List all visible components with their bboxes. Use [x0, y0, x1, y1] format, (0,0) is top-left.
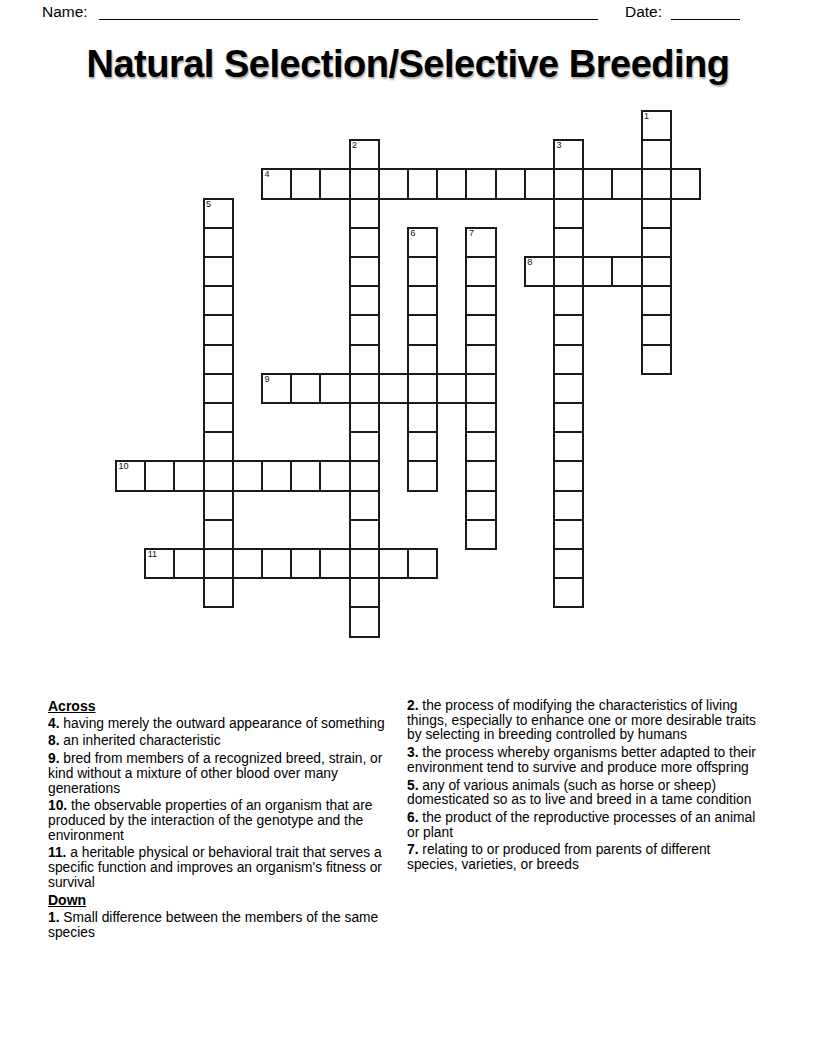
grid-cell-r6c8[interactable] [349, 285, 380, 316]
grid-cell-r11c10[interactable] [407, 431, 438, 462]
cell-number-2: 2 [352, 140, 357, 150]
grid-cell-r12c6[interactable] [290, 460, 321, 491]
clue-9-across: 9. bred from members of a recognized bre… [48, 752, 397, 796]
grid-cell-r5c3[interactable] [203, 256, 234, 287]
name-label: Name: [42, 3, 88, 21]
grid-cell-r6c18[interactable] [641, 285, 672, 316]
grid-cell-r15c7[interactable] [319, 548, 350, 579]
clue-4-across: 4. having merely the outward appearance … [48, 717, 397, 732]
crossword-grid: 1234567891011 [115, 110, 701, 638]
grid-cell-r10c12[interactable] [465, 402, 496, 433]
grid-cell-r2c5[interactable]: 4 [261, 168, 292, 199]
grid-cell-r6c12[interactable] [465, 285, 496, 316]
grid-cell-r9c15[interactable] [553, 373, 584, 404]
grid-cell-r12c10[interactable] [407, 460, 438, 491]
grid-cell-r8c12[interactable] [465, 344, 496, 375]
grid-cell-r13c15[interactable] [553, 490, 584, 521]
clue-10-across: 10. the observable properties of an orga… [48, 799, 397, 843]
grid-cell-r15c3[interactable] [203, 548, 234, 579]
cell-number-7: 7 [469, 228, 474, 238]
grid-cell-r4c10[interactable]: 6 [407, 227, 438, 258]
page-title: Natural Selection/Selective Breeding [0, 40, 816, 88]
grid-cell-r2c16[interactable] [582, 168, 613, 199]
grid-cell-r12c3[interactable] [203, 460, 234, 491]
grid-cell-r8c8[interactable] [349, 344, 380, 375]
grid-cell-r13c8[interactable] [349, 490, 380, 521]
clue-6-down: 6. the product of the reproductive proce… [407, 811, 759, 840]
grid-cell-r7c15[interactable] [553, 314, 584, 345]
grid-cell-r1c15[interactable]: 3 [553, 139, 584, 170]
cell-number-11: 11 [148, 549, 157, 559]
grid-cell-r12c12[interactable] [465, 460, 496, 491]
grid-cell-r15c15[interactable] [553, 548, 584, 579]
cell-number-6: 6 [411, 228, 416, 238]
grid-cell-r3c8[interactable] [349, 198, 380, 229]
grid-cell-r4c3[interactable] [203, 227, 234, 258]
grid-cell-r9c8[interactable] [349, 373, 380, 404]
grid-cell-r15c1[interactable]: 11 [144, 548, 175, 579]
grid-cell-r9c12[interactable] [465, 373, 496, 404]
grid-cell-r13c3[interactable] [203, 490, 234, 521]
grid-cell-r10c8[interactable] [349, 402, 380, 433]
grid-cell-r15c4[interactable] [232, 548, 263, 579]
grid-cell-r11c12[interactable] [465, 431, 496, 462]
grid-cell-r2c11[interactable] [436, 168, 467, 199]
grid-cell-r6c3[interactable] [203, 285, 234, 316]
cell-number-5: 5 [206, 199, 211, 209]
grid-cell-r8c3[interactable] [203, 344, 234, 375]
grid-cell-r2c12[interactable] [465, 168, 496, 199]
grid-cell-r4c12[interactable]: 7 [465, 227, 496, 258]
grid-cell-r5c8[interactable] [349, 256, 380, 287]
grid-cell-r4c8[interactable] [349, 227, 380, 258]
grid-cell-r2c6[interactable] [290, 168, 321, 199]
name-blank-line[interactable] [99, 3, 598, 20]
grid-cell-r6c10[interactable] [407, 285, 438, 316]
grid-cell-r4c15[interactable] [553, 227, 584, 258]
grid-cell-r1c8[interactable]: 2 [349, 139, 380, 170]
grid-cell-r5c16[interactable] [582, 256, 613, 287]
cell-number-10: 10 [119, 461, 129, 471]
grid-cell-r15c6[interactable] [290, 548, 321, 579]
grid-cell-r16c3[interactable] [203, 577, 234, 608]
grid-cell-r2c8[interactable] [349, 168, 380, 199]
grid-cell-r0c18[interactable]: 1 [641, 110, 672, 141]
grid-cell-r8c18[interactable] [641, 344, 672, 375]
grid-cell-r9c7[interactable] [319, 373, 350, 404]
clues-right-column: 2. the process of modifying the characte… [407, 699, 759, 876]
down-clues-list-right: 2. the process of modifying the characte… [407, 699, 759, 873]
clue-1-down: 1. Small difference between the members … [48, 911, 397, 940]
grid-cell-r2c9[interactable] [378, 168, 409, 199]
grid-cell-r16c8[interactable] [349, 577, 380, 608]
cell-number-1: 1 [644, 111, 649, 121]
grid-cell-r14c8[interactable] [349, 519, 380, 550]
grid-cell-r15c9[interactable] [378, 548, 409, 579]
grid-cell-r5c18[interactable] [641, 256, 672, 287]
grid-cell-r9c11[interactable] [436, 373, 467, 404]
grid-cell-r7c8[interactable] [349, 314, 380, 345]
grid-cell-r4c18[interactable] [641, 227, 672, 258]
grid-cell-r10c3[interactable] [203, 402, 234, 433]
clue-5-down: 5. any of various animals (such as horse… [407, 779, 759, 808]
grid-cell-r14c3[interactable] [203, 519, 234, 550]
grid-cell-r2c17[interactable] [611, 168, 642, 199]
grid-cell-r15c2[interactable] [173, 548, 204, 579]
crossword-worksheet: { "game": "crossword", "header": { "name… [0, 0, 816, 1056]
grid-cell-r1c18[interactable] [641, 139, 672, 170]
grid-cell-r11c15[interactable] [553, 431, 584, 462]
grid-cell-r2c18[interactable] [641, 168, 672, 199]
grid-cell-r17c8[interactable] [349, 606, 380, 637]
grid-cell-r5c10[interactable] [407, 256, 438, 287]
across-clues-list: 4. having merely the outward appearance … [48, 717, 397, 891]
grid-cell-r5c17[interactable] [611, 256, 642, 287]
cell-number-8: 8 [527, 257, 532, 267]
grid-cell-r5c15[interactable] [553, 256, 584, 287]
cell-number-4: 4 [265, 169, 270, 179]
grid-cell-r15c8[interactable] [349, 548, 380, 579]
clue-3-down: 3. the process whereby organisms better … [407, 746, 759, 775]
grid-cell-r16c15[interactable] [553, 577, 584, 608]
grid-cell-r10c15[interactable] [553, 402, 584, 433]
across-header: Across [48, 699, 397, 714]
date-blank-line[interactable] [671, 3, 740, 20]
grid-cell-r9c5[interactable]: 9 [261, 373, 292, 404]
clue-7-down: 7. relating to or produced from parents … [407, 843, 759, 872]
grid-cell-r12c0[interactable]: 10 [115, 460, 146, 491]
grid-cell-r2c13[interactable] [495, 168, 526, 199]
grid-cell-r12c5[interactable] [261, 460, 292, 491]
grid-cell-r6c15[interactable] [553, 285, 584, 316]
grid-cell-r15c5[interactable] [261, 548, 292, 579]
cell-number-9: 9 [265, 374, 270, 384]
grid-cell-r3c18[interactable] [641, 198, 672, 229]
grid-cell-r12c2[interactable] [173, 460, 204, 491]
grid-cell-r11c3[interactable] [203, 431, 234, 462]
grid-cell-r8c15[interactable] [553, 344, 584, 375]
grid-cell-r2c15[interactable] [553, 168, 584, 199]
grid-cell-r3c15[interactable] [553, 198, 584, 229]
grid-cell-r12c15[interactable] [553, 460, 584, 491]
grid-cell-r2c10[interactable] [407, 168, 438, 199]
grid-cell-r12c1[interactable] [144, 460, 175, 491]
grid-cell-r5c12[interactable] [465, 256, 496, 287]
clue-2-down: 2. the process of modifying the characte… [407, 699, 759, 743]
grid-cell-r7c10[interactable] [407, 314, 438, 345]
grid-cell-r7c18[interactable] [641, 314, 672, 345]
grid-cell-r13c12[interactable] [465, 490, 496, 521]
grid-cell-r9c3[interactable] [203, 373, 234, 404]
grid-cell-r9c10[interactable] [407, 373, 438, 404]
grid-cell-r2c7[interactable] [319, 168, 350, 199]
grid-cell-r8c10[interactable] [407, 344, 438, 375]
grid-cell-r12c4[interactable] [232, 460, 263, 491]
cell-number-3: 3 [557, 140, 562, 150]
grid-cell-r12c8[interactable] [349, 460, 380, 491]
grid-cell-r15c10[interactable] [407, 548, 438, 579]
grid-cell-r9c9[interactable] [378, 373, 409, 404]
grid-cell-r9c6[interactable] [290, 373, 321, 404]
down-header: Down [48, 893, 397, 908]
clue-11-across: 11. a heritable physical or behavioral t… [48, 846, 397, 890]
grid-cell-r7c12[interactable] [465, 314, 496, 345]
grid-cell-r14c15[interactable] [553, 519, 584, 550]
grid-cell-r10c10[interactable] [407, 402, 438, 433]
grid-cell-r3c3[interactable]: 5 [203, 198, 234, 229]
grid-cell-r11c8[interactable] [349, 431, 380, 462]
clues-left-column: Across 4. having merely the outward appe… [48, 699, 397, 944]
grid-cell-r12c7[interactable] [319, 460, 350, 491]
grid-cell-r14c12[interactable] [465, 519, 496, 550]
date-label: Date: [625, 3, 662, 21]
down-clues-list-left: 1. Small difference between the members … [48, 911, 397, 940]
grid-cell-r5c14[interactable]: 8 [524, 256, 555, 287]
grid-cell-r2c19[interactable] [670, 168, 701, 199]
grid-cell-r7c3[interactable] [203, 314, 234, 345]
grid-cell-r2c14[interactable] [524, 168, 555, 199]
clue-8-across: 8. an inherited characteristic [48, 734, 397, 749]
